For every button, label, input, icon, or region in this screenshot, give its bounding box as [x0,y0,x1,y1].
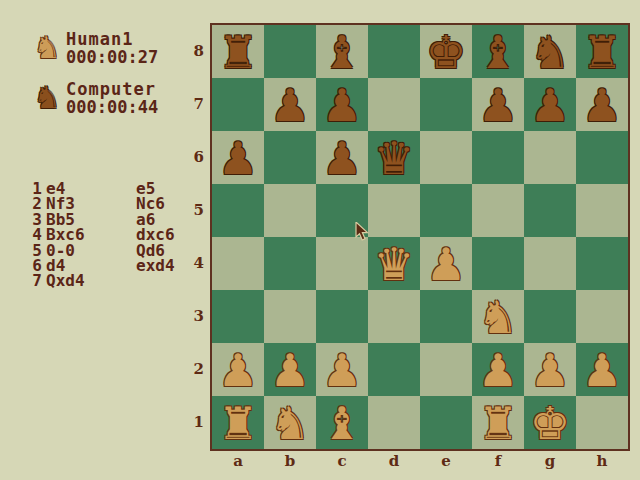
square-e7[interactable] [420,78,472,131]
square-b6[interactable] [264,131,316,184]
piece-black-queen-d6[interactable]: ♛ [374,133,414,184]
square-b8[interactable] [264,25,316,78]
file-label-e: e [420,452,472,470]
rank-label-6: 6 [186,131,204,184]
square-g1[interactable]: ♚ [524,396,576,449]
square-b2[interactable]: ♟ [264,343,316,396]
piece-white-rook-f1[interactable]: ♜ [478,398,518,449]
player-clock: 000:00:44 [66,99,158,116]
square-f2[interactable]: ♟ [472,343,524,396]
square-g3[interactable] [524,290,576,343]
square-e6[interactable] [420,131,472,184]
piece-white-pawn-e4[interactable]: ♟ [426,239,466,290]
square-g8[interactable]: ♞ [524,25,576,78]
rank-label-8: 8 [186,25,204,78]
square-f1[interactable]: ♜ [472,396,524,449]
square-c7[interactable]: ♟ [316,78,368,131]
piece-white-pawn-a2[interactable]: ♟ [218,345,258,396]
square-b1[interactable]: ♞ [264,396,316,449]
player-name: Computer [66,81,158,98]
rank-label-2: 2 [186,343,204,396]
square-a4[interactable] [212,237,264,290]
file-label-b: b [264,452,316,470]
square-e3[interactable] [420,290,472,343]
piece-black-bishop-f8[interactable]: ♝ [478,27,518,78]
player-panel: ♞ Human1 000:00:27 ♞ Computer 000:00:44 [30,30,205,130]
file-label-g: g [524,452,576,470]
square-c6[interactable]: ♟ [316,131,368,184]
file-labels: abcdefgh [212,452,628,470]
piece-black-bishop-c8[interactable]: ♝ [322,27,362,78]
player-computer: ♞ Computer 000:00:44 [30,80,205,116]
square-e1[interactable] [420,396,472,449]
square-a1[interactable]: ♜ [212,396,264,449]
square-d1[interactable] [368,396,420,449]
player-name: Human1 [66,31,158,48]
white-knight-icon: ♞ [30,31,64,65]
piece-white-pawn-b2[interactable]: ♟ [270,345,310,396]
piece-white-pawn-f2[interactable]: ♟ [478,345,518,396]
piece-black-pawn-g7[interactable]: ♟ [530,80,570,131]
square-g6[interactable] [524,131,576,184]
square-f3[interactable]: ♞ [472,290,524,343]
piece-black-pawn-c7[interactable]: ♟ [322,80,362,131]
square-h6[interactable] [576,131,628,184]
move-list: 1e4e52Nf3Nc63Bb5a64Bxc6dxc650-0Qd66d4exd… [30,181,210,289]
piece-white-pawn-h2[interactable]: ♟ [582,345,622,396]
piece-black-pawn-c6[interactable]: ♟ [322,133,362,184]
square-g4[interactable] [524,237,576,290]
piece-black-king-e8[interactable]: ♚ [426,27,466,78]
piece-white-pawn-g2[interactable]: ♟ [530,345,570,396]
piece-black-knight-g8[interactable]: ♞ [530,27,570,78]
square-d3[interactable] [368,290,420,343]
square-f6[interactable] [472,131,524,184]
square-e5[interactable] [420,184,472,237]
player-human: ♞ Human1 000:00:27 [30,30,205,66]
move-row: 7Qxd4 [30,273,210,288]
player-clock: 000:00:27 [66,49,158,66]
square-d6[interactable]: ♛ [368,131,420,184]
square-f8[interactable]: ♝ [472,25,524,78]
square-d7[interactable] [368,78,420,131]
square-f4[interactable] [472,237,524,290]
square-d5[interactable] [368,184,420,237]
piece-white-knight-f3[interactable]: ♞ [478,292,518,343]
square-c4[interactable] [316,237,368,290]
piece-white-king-g1[interactable]: ♚ [530,398,570,449]
square-b7[interactable]: ♟ [264,78,316,131]
piece-white-rook-a1[interactable]: ♜ [218,398,258,449]
piece-white-knight-b1[interactable]: ♞ [270,398,310,449]
square-h7[interactable]: ♟ [576,78,628,131]
square-a6[interactable]: ♟ [212,131,264,184]
rank-labels: 87654321 [186,25,204,449]
square-d8[interactable] [368,25,420,78]
square-b3[interactable] [264,290,316,343]
square-c1[interactable]: ♝ [316,396,368,449]
piece-black-rook-h8[interactable]: ♜ [582,27,622,78]
rank-label-1: 1 [186,396,204,449]
square-h1[interactable] [576,396,628,449]
square-a2[interactable]: ♟ [212,343,264,396]
file-label-c: c [316,452,368,470]
piece-white-bishop-c1[interactable]: ♝ [322,398,362,449]
chess-board: ♜♝♚♝♞♜♟♟♟♟♟♟♟♛♛♟♞♟♟♟♟♟♟♜♞♝♜♚ [210,23,630,451]
piece-black-pawn-h7[interactable]: ♟ [582,80,622,131]
square-g2[interactable]: ♟ [524,343,576,396]
square-f5[interactable] [472,184,524,237]
file-label-d: d [368,452,420,470]
move-white: Qxd4 [46,273,132,288]
black-knight-icon: ♞ [30,81,64,115]
square-h2[interactable]: ♟ [576,343,628,396]
square-h3[interactable] [576,290,628,343]
file-label-f: f [472,452,524,470]
square-b4[interactable] [264,237,316,290]
square-a3[interactable] [212,290,264,343]
square-c8[interactable]: ♝ [316,25,368,78]
square-a7[interactable] [212,78,264,131]
square-a8[interactable]: ♜ [212,25,264,78]
rank-label-5: 5 [186,184,204,237]
piece-black-pawn-a6[interactable]: ♟ [218,133,258,184]
square-c3[interactable] [316,290,368,343]
rank-label-7: 7 [186,78,204,131]
rank-label-3: 3 [186,290,204,343]
board-grid: ♜♝♚♝♞♜♟♟♟♟♟♟♟♛♛♟♞♟♟♟♟♟♟♜♞♝♜♚ [212,25,628,449]
square-c2[interactable]: ♟ [316,343,368,396]
square-d2[interactable] [368,343,420,396]
mouse-cursor [355,222,369,241]
square-g7[interactable]: ♟ [524,78,576,131]
square-h8[interactable]: ♜ [576,25,628,78]
piece-white-queen-d4[interactable]: ♛ [374,239,414,290]
square-e2[interactable] [420,343,472,396]
move-number: 7 [30,273,42,288]
file-label-a: a [212,452,264,470]
piece-black-pawn-b7[interactable]: ♟ [270,80,310,131]
square-a5[interactable] [212,184,264,237]
piece-black-rook-a8[interactable]: ♜ [218,27,258,78]
square-e8[interactable]: ♚ [420,25,472,78]
piece-black-pawn-f7[interactable]: ♟ [478,80,518,131]
square-h4[interactable] [576,237,628,290]
piece-white-pawn-c2[interactable]: ♟ [322,345,362,396]
file-label-h: h [576,452,628,470]
square-e4[interactable]: ♟ [420,237,472,290]
rank-label-4: 4 [186,237,204,290]
square-f7[interactable]: ♟ [472,78,524,131]
square-b5[interactable] [264,184,316,237]
square-g5[interactable] [524,184,576,237]
square-d4[interactable]: ♛ [368,237,420,290]
square-h5[interactable] [576,184,628,237]
chess-app-window: { "game": "chess", "position": { "fen": … [0,0,640,480]
